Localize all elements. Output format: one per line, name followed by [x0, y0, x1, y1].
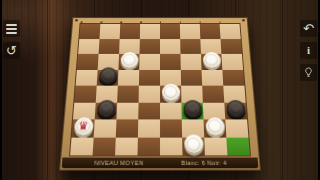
square-r6c6[interactable] — [204, 119, 227, 137]
square-r2c4[interactable] — [160, 54, 181, 70]
restart-icon: ↺ — [6, 42, 17, 59]
square-r6c2[interactable] — [116, 119, 138, 137]
square-r4c4[interactable] — [160, 86, 181, 103]
square-r5c5[interactable] — [181, 102, 203, 119]
square-r6c0[interactable]: ♛ — [72, 119, 95, 137]
king-crown-icon: ♛ — [73, 117, 93, 135]
square-r0c7[interactable] — [220, 24, 241, 39]
board-grid: ♛ — [70, 24, 250, 155]
menu-button[interactable] — [3, 20, 20, 37]
square-r7c5[interactable] — [182, 137, 205, 155]
square-r1c0[interactable] — [78, 39, 99, 54]
square-r7c2[interactable] — [115, 137, 138, 155]
info-icon: i — [307, 42, 310, 59]
square-r1c4[interactable] — [160, 39, 180, 54]
hint-button[interactable] — [300, 64, 317, 81]
square-r6c4[interactable] — [160, 119, 182, 137]
frame-ticks-top — [81, 21, 240, 23]
square-r5c7[interactable] — [224, 102, 247, 119]
square-r3c7[interactable] — [222, 70, 244, 86]
white-man[interactable] — [184, 135, 204, 154]
square-r1c1[interactable] — [99, 39, 120, 54]
white-man[interactable] — [202, 52, 220, 68]
square-r1c5[interactable] — [180, 39, 201, 54]
square-r0c1[interactable] — [99, 24, 120, 39]
square-r2c5[interactable] — [180, 54, 201, 70]
square-r0c4[interactable] — [160, 24, 180, 39]
square-r7c6[interactable] — [204, 137, 227, 155]
board-scene: ♛ NIVEAU MOYEN Blanc: 6 Noir: 4 — [59, 17, 261, 170]
square-r0c0[interactable] — [79, 24, 100, 39]
square-r1c3[interactable] — [140, 39, 160, 54]
frame-screw — [75, 19, 78, 21]
white-king[interactable]: ♛ — [73, 117, 93, 135]
square-r7c7[interactable] — [226, 137, 250, 155]
checkers-app: ↺ ↶ i ♛ NIVEAU — [0, 0, 320, 180]
square-r3c5[interactable] — [181, 70, 202, 86]
square-r0c2[interactable] — [120, 24, 140, 39]
square-r5c3[interactable] — [138, 102, 160, 119]
undo-button[interactable]: ↶ — [300, 20, 317, 37]
black-man[interactable] — [226, 100, 246, 118]
toolbar-right: ↶ i — [300, 20, 317, 81]
square-r3c3[interactable] — [139, 70, 160, 86]
square-r7c0[interactable] — [70, 137, 94, 155]
square-r7c1[interactable] — [93, 137, 116, 155]
restart-button[interactable]: ↺ — [3, 42, 20, 59]
black-man[interactable] — [98, 67, 117, 84]
board-front-edge: NIVEAU MOYEN Blanc: 6 Noir: 4 — [62, 158, 259, 169]
difficulty-label: NIVEAU MOYEN — [94, 158, 144, 169]
square-r5c4[interactable] — [160, 102, 182, 119]
square-r0c6[interactable] — [200, 24, 221, 39]
undo-icon: ↶ — [303, 20, 314, 37]
piece-count-label: Blanc: 6 Noir: 4 — [181, 158, 227, 169]
square-r3c1[interactable] — [97, 70, 119, 86]
toolbar-left: ↺ — [3, 20, 20, 59]
white-man[interactable] — [120, 52, 138, 68]
square-r4c3[interactable] — [139, 86, 160, 103]
frame-screw — [242, 19, 245, 21]
square-r6c3[interactable] — [138, 119, 160, 137]
hamburger-icon — [6, 24, 17, 34]
square-r0c3[interactable] — [140, 24, 160, 39]
square-r3c0[interactable] — [76, 70, 98, 86]
square-r6c1[interactable] — [94, 119, 117, 137]
square-r2c2[interactable] — [118, 54, 139, 70]
square-r7c4[interactable] — [160, 137, 182, 155]
black-man[interactable] — [183, 100, 202, 118]
square-r2c7[interactable] — [221, 54, 243, 70]
square-r2c0[interactable] — [77, 54, 99, 70]
square-r2c3[interactable] — [139, 54, 160, 70]
square-r1c7[interactable] — [221, 39, 242, 54]
square-r0c5[interactable] — [180, 24, 200, 39]
square-r4c6[interactable] — [202, 86, 224, 103]
letterbox-bar-left — [0, 0, 2, 180]
white-man[interactable] — [162, 84, 180, 101]
square-r4c0[interactable] — [74, 86, 96, 103]
square-r5c1[interactable] — [95, 102, 117, 119]
square-r5c2[interactable] — [116, 102, 138, 119]
square-r3c6[interactable] — [202, 70, 224, 86]
white-man[interactable] — [205, 117, 225, 135]
square-r7c3[interactable] — [138, 137, 160, 155]
square-r6c7[interactable] — [225, 119, 248, 137]
info-button[interactable]: i — [300, 42, 317, 59]
square-r2c6[interactable] — [201, 54, 222, 70]
lightbulb-icon — [303, 66, 314, 79]
board-frame: ♛ NIVEAU MOYEN Blanc: 6 Noir: 4 — [59, 17, 261, 170]
square-r4c2[interactable] — [117, 86, 139, 103]
square-r3c2[interactable] — [118, 70, 139, 86]
black-man[interactable] — [96, 100, 115, 118]
